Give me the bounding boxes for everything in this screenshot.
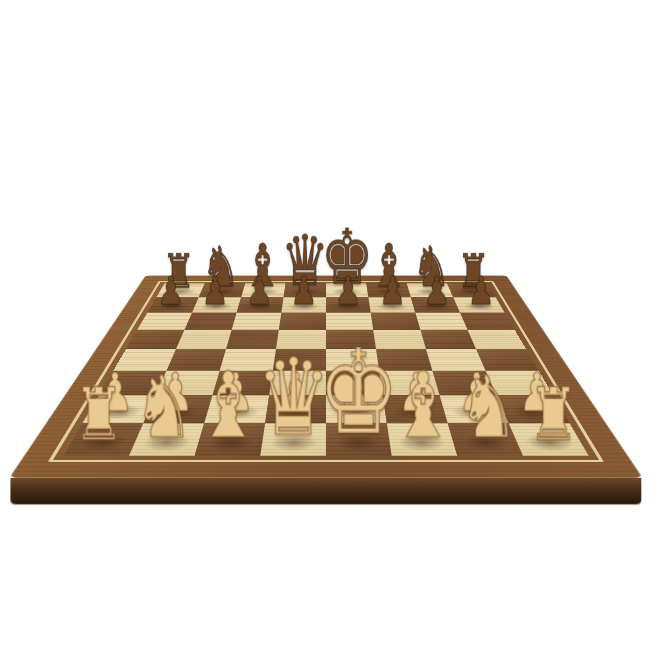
board-front-edge	[10, 478, 641, 506]
piece-white-rook[interactable]: ♜	[487, 378, 619, 451]
square-c6[interactable]	[232, 313, 282, 330]
square-a5[interactable]	[126, 330, 184, 349]
square-h5[interactable]	[468, 330, 526, 349]
square-g5[interactable]	[420, 330, 476, 349]
board-grid: ♜♞♝♛♚♝♞♜♟♟♟♟♟♟♟♟♟♟♟♟♟♟♟♟♜♞♝♛♚♝♞♜	[63, 283, 588, 456]
product-photo-scene: ♜♞♝♛♚♝♞♜♟♟♟♟♟♟♟♟♟♟♟♟♟♟♟♟♜♞♝♛♚♝♞♜	[0, 0, 658, 658]
chess-board: ♜♞♝♛♚♝♞♜♟♟♟♟♟♟♟♟♟♟♟♟♟♟♟♟♜♞♝♛♚♝♞♜	[9, 276, 643, 478]
square-b5[interactable]	[176, 330, 232, 349]
square-h1[interactable]: ♜	[509, 423, 589, 456]
square-h7[interactable]: ♟	[453, 297, 504, 312]
piece-black-pawn[interactable]: ♟	[436, 271, 526, 310]
square-h6[interactable]	[460, 313, 515, 330]
square-g6[interactable]	[415, 313, 467, 330]
square-a6[interactable]	[137, 313, 192, 330]
square-b6[interactable]	[184, 313, 236, 330]
